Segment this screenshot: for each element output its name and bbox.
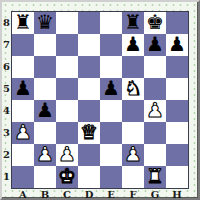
square-e7[interactable] [100, 34, 122, 56]
square-e8[interactable] [100, 12, 122, 34]
rank-label-5: 5 [2, 78, 11, 100]
square-h2[interactable] [166, 144, 188, 166]
square-a1[interactable] [12, 166, 34, 188]
square-a7[interactable] [12, 34, 34, 56]
square-c8[interactable] [56, 12, 78, 34]
square-f6[interactable] [122, 56, 144, 78]
white-pawn: ♟ [36, 144, 54, 165]
square-e3[interactable] [100, 122, 122, 144]
square-d4[interactable] [78, 100, 100, 122]
square-e4[interactable] [100, 100, 122, 122]
square-a8[interactable]: ♜ [12, 12, 34, 34]
square-d1[interactable] [78, 166, 100, 188]
black-pawn: ♟ [102, 78, 120, 99]
black-rook: ♜ [14, 12, 32, 33]
square-a4[interactable] [12, 100, 34, 122]
square-f3[interactable] [122, 122, 144, 144]
square-h1[interactable] [166, 166, 188, 188]
square-h3[interactable] [166, 122, 188, 144]
square-d2[interactable] [78, 144, 100, 166]
square-d3[interactable]: ♛ [78, 122, 100, 144]
square-h6[interactable] [166, 56, 188, 78]
white-queen: ♛ [80, 122, 98, 143]
square-c6[interactable] [56, 56, 78, 78]
square-g1[interactable]: ♜ [144, 166, 166, 188]
square-c1[interactable]: ♚ [56, 166, 78, 188]
square-a2[interactable] [12, 144, 34, 166]
black-pawn: ♟ [36, 100, 54, 121]
file-label-c: C [56, 189, 78, 200]
square-c5[interactable] [56, 78, 78, 100]
file-label-a: A [12, 189, 34, 200]
file-label-e: E [100, 189, 122, 200]
black-pawn: ♟ [168, 34, 186, 55]
square-g6[interactable] [144, 56, 166, 78]
black-queen: ♛ [36, 12, 54, 33]
rank-label-2: 2 [2, 144, 11, 166]
square-f5[interactable]: ♞ [122, 78, 144, 100]
rank-label-3: 3 [2, 122, 11, 144]
square-h5[interactable] [166, 78, 188, 100]
white-king: ♚ [58, 166, 76, 187]
square-g7[interactable]: ♟ [144, 34, 166, 56]
square-e1[interactable] [100, 166, 122, 188]
square-g5[interactable] [144, 78, 166, 100]
square-h8[interactable] [166, 12, 188, 34]
black-pawn: ♟ [124, 34, 142, 55]
square-g8[interactable]: ♚ [144, 12, 166, 34]
square-h4[interactable] [166, 100, 188, 122]
square-d5[interactable] [78, 78, 100, 100]
square-c3[interactable] [56, 122, 78, 144]
square-e2[interactable] [100, 144, 122, 166]
square-h7[interactable]: ♟ [166, 34, 188, 56]
black-rook: ♜ [124, 12, 142, 33]
square-f2[interactable]: ♟ [122, 144, 144, 166]
square-c4[interactable] [56, 100, 78, 122]
rank-label-8: 8 [2, 12, 11, 34]
square-b4[interactable]: ♟ [34, 100, 56, 122]
file-label-f: F [122, 189, 144, 200]
square-e5[interactable]: ♟ [100, 78, 122, 100]
rank-label-4: 4 [2, 100, 11, 122]
file-label-d: D [78, 189, 100, 200]
file-label-h: H [166, 189, 188, 200]
square-b5[interactable] [34, 78, 56, 100]
square-b7[interactable] [34, 34, 56, 56]
square-f1[interactable] [122, 166, 144, 188]
square-c7[interactable] [56, 34, 78, 56]
white-pawn: ♟ [58, 144, 76, 165]
rank-labels: 87654321 [2, 12, 11, 188]
rank-label-1: 1 [2, 166, 11, 188]
square-b6[interactable] [34, 56, 56, 78]
chessboard[interactable]: ♜♛♜♚♟♟♟♟♟♞♟♟♟♛♟♟♟♚♜ [11, 11, 189, 189]
square-b8[interactable]: ♛ [34, 12, 56, 34]
square-b2[interactable]: ♟ [34, 144, 56, 166]
rank-label-7: 7 [2, 34, 11, 56]
file-labels: ABCDEFGH [12, 189, 188, 200]
square-b1[interactable] [34, 166, 56, 188]
square-f8[interactable]: ♜ [122, 12, 144, 34]
file-label-b: B [34, 189, 56, 200]
rank-label-6: 6 [2, 56, 11, 78]
square-g3[interactable] [144, 122, 166, 144]
square-a6[interactable] [12, 56, 34, 78]
black-pawn: ♟ [14, 78, 32, 99]
white-pawn: ♟ [146, 100, 164, 121]
square-d6[interactable] [78, 56, 100, 78]
square-f4[interactable] [122, 100, 144, 122]
square-b3[interactable] [34, 122, 56, 144]
square-g2[interactable] [144, 144, 166, 166]
white-knight: ♞ [124, 78, 142, 99]
square-f7[interactable]: ♟ [122, 34, 144, 56]
black-pawn: ♟ [146, 34, 164, 55]
white-pawn: ♟ [14, 122, 32, 143]
square-d7[interactable] [78, 34, 100, 56]
white-rook: ♜ [146, 166, 164, 187]
black-king: ♚ [146, 12, 164, 33]
square-a5[interactable]: ♟ [12, 78, 34, 100]
square-c2[interactable]: ♟ [56, 144, 78, 166]
square-e6[interactable] [100, 56, 122, 78]
square-d8[interactable] [78, 12, 100, 34]
square-g4[interactable]: ♟ [144, 100, 166, 122]
square-a3[interactable]: ♟ [12, 122, 34, 144]
file-label-g: G [144, 189, 166, 200]
chess-window: 87654321 ♜♛♜♚♟♟♟♟♟♞♟♟♟♛♟♟♟♚♜ ABCDEFGH [0, 0, 200, 200]
white-pawn: ♟ [124, 144, 142, 165]
